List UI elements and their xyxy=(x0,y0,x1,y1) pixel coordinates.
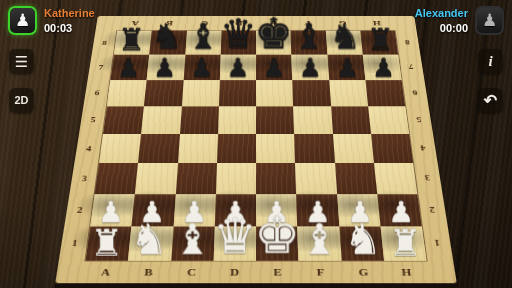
square-g8[interactable]: ♞ xyxy=(325,31,362,55)
square-c5[interactable] xyxy=(180,106,219,134)
square-g5[interactable] xyxy=(331,106,371,134)
square-h1[interactable]: ♜ xyxy=(380,226,426,260)
right-button-column: i ↶ xyxy=(478,49,503,113)
square-e3[interactable] xyxy=(256,163,296,194)
hamburger-menu-icon: ☰ xyxy=(15,54,28,69)
white-player-name: Katherine xyxy=(44,7,95,19)
white-knight-b1[interactable]: ♞ xyxy=(130,218,168,260)
square-e4[interactable] xyxy=(256,134,295,163)
file-labels-bottom: ABCDEFGH xyxy=(82,261,429,284)
info-icon: i xyxy=(488,54,492,69)
square-h5[interactable] xyxy=(368,106,409,134)
square-b4[interactable] xyxy=(138,134,179,163)
square-f3[interactable] xyxy=(295,163,336,194)
player-card-white: ♟ Katherine 00:03 xyxy=(8,6,95,35)
rank-label-7: 7 xyxy=(398,55,424,80)
square-g6[interactable] xyxy=(329,80,368,106)
file-label-d: D xyxy=(221,16,256,30)
rank-label-4: 4 xyxy=(409,134,438,163)
rank-label-7: 7 xyxy=(88,55,114,80)
square-e6[interactable] xyxy=(256,80,293,106)
square-b1[interactable]: ♞ xyxy=(128,226,173,260)
white-rook-a1[interactable]: ♜ xyxy=(90,224,123,261)
white-player-info: Katherine 00:03 xyxy=(44,6,95,34)
player-card-black: ♟ Alexander 00:00 xyxy=(415,6,504,35)
square-e5[interactable] xyxy=(256,106,294,134)
file-label-b: B xyxy=(126,261,171,284)
square-a8[interactable]: ♜ xyxy=(114,31,152,55)
black-pawn-c7[interactable]: ♟ xyxy=(190,54,213,80)
file-label-b: B xyxy=(152,16,188,30)
square-a1[interactable]: ♜ xyxy=(86,226,132,260)
black-pawn-a7[interactable]: ♟ xyxy=(117,54,140,80)
file-label-d: D xyxy=(213,261,256,284)
black-pawn-d7[interactable]: ♟ xyxy=(226,54,249,80)
info-button[interactable]: i xyxy=(478,49,503,74)
black-pawn-h7[interactable]: ♟ xyxy=(372,54,395,80)
square-h7[interactable]: ♟ xyxy=(363,55,402,80)
square-b7[interactable]: ♟ xyxy=(147,55,185,80)
board-scene: ♜♞♝♛♚♝♞♜♟♟♟♟♟♟♟♟♟♟♟♟♟♟♟♟♜♞♝♛♚♝♞♜ 8765432… xyxy=(0,0,512,288)
square-c8[interactable]: ♝ xyxy=(185,31,221,55)
square-g4[interactable] xyxy=(333,134,374,163)
square-c4[interactable] xyxy=(177,134,217,163)
file-label-f: F xyxy=(290,16,325,30)
board-squares: ♜♞♝♛♚♝♞♜♟♟♟♟♟♟♟♟♟♟♟♟♟♟♟♟♜♞♝♛♚♝♞♜ xyxy=(86,31,427,261)
rank-label-1: 1 xyxy=(59,226,90,260)
square-g1[interactable]: ♞ xyxy=(339,226,384,260)
menu-button[interactable]: ☰ xyxy=(9,49,34,74)
square-f5[interactable] xyxy=(293,106,332,134)
rank-label-3: 3 xyxy=(69,163,99,194)
file-label-g: G xyxy=(324,16,360,30)
file-label-g: G xyxy=(341,261,386,284)
undo-arrow-icon: ↶ xyxy=(484,93,497,109)
chess-board: ♜♞♝♛♚♝♞♜♟♟♟♟♟♟♟♟♟♟♟♟♟♟♟♟♜♞♝♛♚♝♞♜ 8765432… xyxy=(55,16,457,283)
square-f8[interactable]: ♝ xyxy=(291,31,327,55)
black-player-info: Alexander 00:00 xyxy=(415,6,468,34)
white-rook-h1[interactable]: ♜ xyxy=(389,224,422,261)
white-king-e1[interactable]: ♚ xyxy=(254,209,300,260)
file-labels-top: ABCDEFGH xyxy=(117,16,395,30)
white-knight-g1[interactable]: ♞ xyxy=(344,218,382,260)
undo-button[interactable]: ↶ xyxy=(478,88,503,113)
black-player-clock: 00:00 xyxy=(415,22,468,34)
file-label-h: H xyxy=(384,261,430,284)
square-b3[interactable] xyxy=(135,163,177,194)
square-a5[interactable] xyxy=(103,106,144,134)
square-b5[interactable] xyxy=(141,106,181,134)
square-a3[interactable] xyxy=(95,163,138,194)
square-b6[interactable] xyxy=(144,80,183,106)
square-d7[interactable]: ♟ xyxy=(220,55,256,80)
black-pawn-b7[interactable]: ♟ xyxy=(154,54,177,80)
square-c7[interactable]: ♟ xyxy=(183,55,220,80)
square-a6[interactable] xyxy=(107,80,147,106)
square-e8[interactable]: ♚ xyxy=(256,31,292,55)
rank-label-6: 6 xyxy=(83,80,110,106)
white-player-clock: 00:03 xyxy=(44,22,95,34)
square-c6[interactable] xyxy=(181,80,219,106)
square-d4[interactable] xyxy=(217,134,256,163)
black-pawn-g7[interactable]: ♟ xyxy=(335,54,358,80)
rank-label-6: 6 xyxy=(402,80,429,106)
file-label-a: A xyxy=(117,16,153,30)
file-label-h: H xyxy=(359,16,395,30)
square-f6[interactable] xyxy=(292,80,330,106)
black-player-name: Alexander xyxy=(415,7,468,19)
white-bishop-c1[interactable]: ♝ xyxy=(173,218,211,260)
square-h4[interactable] xyxy=(371,134,413,163)
square-h8[interactable]: ♜ xyxy=(360,31,398,55)
white-pawn-icon: ♟ xyxy=(15,12,30,29)
2d-view-label: 2D xyxy=(14,95,28,106)
square-d6[interactable] xyxy=(219,80,256,106)
square-a7[interactable]: ♟ xyxy=(110,55,149,80)
square-d5[interactable] xyxy=(218,106,256,134)
square-a4[interactable] xyxy=(99,134,141,163)
black-pawn-f7[interactable]: ♟ xyxy=(299,54,322,80)
file-label-a: A xyxy=(82,261,128,284)
black-pawn-icon: ♟ xyxy=(482,12,497,29)
square-c1[interactable]: ♝ xyxy=(171,226,215,260)
square-b8[interactable]: ♞ xyxy=(149,31,186,55)
square-e1[interactable]: ♚ xyxy=(256,226,299,260)
square-d1[interactable]: ♛ xyxy=(213,226,256,260)
file-label-c: C xyxy=(169,261,213,284)
file-label-e: E xyxy=(256,261,299,284)
rank-label-1: 1 xyxy=(422,226,453,260)
file-label-f: F xyxy=(299,261,343,284)
square-f1[interactable]: ♝ xyxy=(297,226,341,260)
square-g7[interactable]: ♟ xyxy=(327,55,365,80)
white-player-avatar[interactable]: ♟ xyxy=(8,6,37,35)
square-c3[interactable] xyxy=(175,163,216,194)
rank-label-5: 5 xyxy=(405,106,433,134)
square-h3[interactable] xyxy=(374,163,417,194)
left-button-column: ☰ 2D xyxy=(9,49,34,113)
white-queen-d1[interactable]: ♛ xyxy=(213,212,257,261)
file-label-c: C xyxy=(187,16,222,30)
black-pawn-e7[interactable]: ♟ xyxy=(263,54,286,80)
rank-label-5: 5 xyxy=(79,106,107,134)
rank-label-8: 8 xyxy=(92,31,118,55)
square-d8[interactable]: ♛ xyxy=(220,31,256,55)
white-bishop-f1[interactable]: ♝ xyxy=(301,218,339,260)
square-f4[interactable] xyxy=(294,134,334,163)
square-e7[interactable]: ♟ xyxy=(256,55,292,80)
black-player-avatar[interactable]: ♟ xyxy=(475,6,504,35)
rank-label-3: 3 xyxy=(413,163,443,194)
square-f7[interactable]: ♟ xyxy=(292,55,329,80)
file-label-e: E xyxy=(256,16,291,30)
square-h6[interactable] xyxy=(365,80,405,106)
square-d3[interactable] xyxy=(216,163,256,194)
square-g3[interactable] xyxy=(335,163,377,194)
toggle-2d-button[interactable]: 2D xyxy=(9,88,34,113)
rank-label-2: 2 xyxy=(417,194,447,226)
